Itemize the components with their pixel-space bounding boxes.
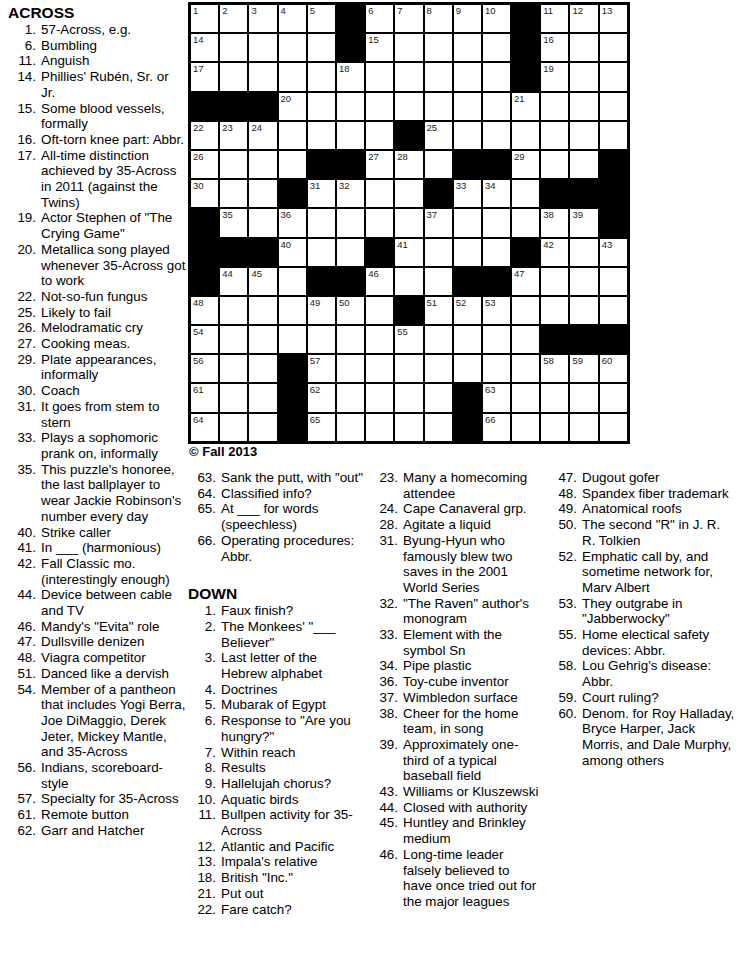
grid-cell[interactable]: 49 xyxy=(308,297,335,324)
grid-cell[interactable] xyxy=(425,384,452,411)
black-cell xyxy=(366,239,393,266)
clue-text: Doctrines xyxy=(216,682,365,698)
grid-cell[interactable] xyxy=(570,93,597,120)
clue-across-42: 42.Fall Classic mo. (interestingly enoug… xyxy=(8,556,186,587)
clue-across-40: 40.Strike caller xyxy=(8,525,186,541)
grid-cell[interactable] xyxy=(512,122,539,149)
cell-number: 18 xyxy=(339,63,350,74)
clue-across-1: 1.57-Across, e.g. xyxy=(8,22,186,38)
grid-cell[interactable] xyxy=(541,93,568,120)
clue-text: Atlantic and Pacific xyxy=(216,839,365,855)
grid-cell[interactable] xyxy=(395,384,422,411)
grid-cell[interactable] xyxy=(279,268,306,295)
grid-cell[interactable]: 51 xyxy=(425,297,452,324)
black-cell xyxy=(600,180,627,207)
grid-cell[interactable]: 24 xyxy=(249,122,276,149)
clue-text: Phillies' Rubén, Sr. or Jr. xyxy=(36,69,186,100)
grid-cell[interactable] xyxy=(454,34,481,61)
clue-number: 53. xyxy=(549,596,577,627)
grid-cell[interactable] xyxy=(541,268,568,295)
grid-cell[interactable]: 26 xyxy=(191,151,218,178)
grid-cell[interactable]: 56 xyxy=(191,355,218,382)
grid-cell[interactable] xyxy=(395,34,422,61)
clue-across-16: 16.Oft-torn knee part: Abbr. xyxy=(8,132,186,148)
clue-text: Mubarak of Egypt xyxy=(216,697,365,713)
clue-text: It goes from stem to stern xyxy=(36,399,186,430)
grid-cell[interactable] xyxy=(220,180,247,207)
grid-cell[interactable] xyxy=(279,297,306,324)
grid-cell[interactable]: 47 xyxy=(512,268,539,295)
black-cell xyxy=(191,93,218,120)
grid-cell[interactable] xyxy=(366,326,393,353)
grid-cell[interactable]: 1 xyxy=(191,5,218,32)
grid-cell[interactable]: 37 xyxy=(425,209,452,236)
grid-cell[interactable] xyxy=(600,63,627,90)
grid-cell[interactable] xyxy=(454,93,481,120)
clue-down-7: 7.Within reach xyxy=(188,745,365,761)
clue-text: Response to "Are you hungry?" xyxy=(216,713,365,744)
grid-cell[interactable] xyxy=(249,297,276,324)
grid-cell[interactable] xyxy=(425,34,452,61)
grid-cell[interactable]: 5 xyxy=(308,5,335,32)
grid-cell[interactable]: 46 xyxy=(366,268,393,295)
grid-cell[interactable] xyxy=(425,326,452,353)
clue-across-29: 29.Plate appearances, informally xyxy=(8,352,186,383)
grid-cell[interactable] xyxy=(337,414,364,441)
clue-down-53: 53.They outgrabe in "Jabberwocky" xyxy=(549,596,736,627)
grid-cell[interactable] xyxy=(366,122,393,149)
grid-cell[interactable]: 55 xyxy=(395,326,422,353)
grid-cell[interactable] xyxy=(395,355,422,382)
grid-cell[interactable]: 59 xyxy=(570,355,597,382)
grid-cell[interactable]: 45 xyxy=(249,268,276,295)
clue-across-35: 35.This puzzle's honoree, the last ballp… xyxy=(8,462,186,525)
clue-down-5: 5.Mubarak of Egypt xyxy=(188,697,365,713)
grid-cell[interactable]: 29 xyxy=(512,151,539,178)
grid-cell[interactable]: 32 xyxy=(337,180,364,207)
grid-cell[interactable]: 13 xyxy=(600,5,627,32)
clue-text: Last letter of the Hebrew alphabet xyxy=(216,650,365,681)
cell-number: 19 xyxy=(543,63,554,74)
black-cell xyxy=(191,209,218,236)
grid-cell[interactable]: 48 xyxy=(191,297,218,324)
grid-cell[interactable] xyxy=(600,384,627,411)
clue-text: Approximately one-third of a typical bas… xyxy=(398,737,542,784)
clue-down-4: 4.Doctrines xyxy=(188,682,365,698)
grid-cell[interactable] xyxy=(512,297,539,324)
grid-cell[interactable] xyxy=(366,63,393,90)
grid-cell[interactable] xyxy=(249,384,276,411)
clue-text: All-time distinction achieved by 35-Acro… xyxy=(36,148,186,211)
grid-cell[interactable]: 21 xyxy=(512,93,539,120)
grid-cell[interactable] xyxy=(512,355,539,382)
grid-cell[interactable] xyxy=(570,297,597,324)
grid-cell[interactable] xyxy=(279,326,306,353)
clue-text: Specialty for 35-Across xyxy=(36,791,186,807)
grid-cell[interactable]: 18 xyxy=(337,63,364,90)
grid-cell[interactable]: 36 xyxy=(279,209,306,236)
grid-cell[interactable]: 15 xyxy=(366,34,393,61)
cell-number: 3 xyxy=(251,5,256,16)
black-cell xyxy=(337,151,364,178)
grid-cell[interactable] xyxy=(279,63,306,90)
grid-cell[interactable] xyxy=(308,239,335,266)
clue-text: Results xyxy=(216,760,365,776)
grid-cell[interactable]: 3 xyxy=(249,5,276,32)
grid-cell[interactable] xyxy=(220,384,247,411)
cell-number: 22 xyxy=(193,122,204,133)
grid-cell[interactable] xyxy=(220,63,247,90)
grid-cell[interactable] xyxy=(454,63,481,90)
clue-down-49: 49.Anatomical roofs xyxy=(549,501,736,517)
grid-cell[interactable] xyxy=(395,268,422,295)
grid-cell[interactable] xyxy=(308,209,335,236)
grid-cell[interactable]: 57 xyxy=(308,355,335,382)
clue-across-57: 57.Specialty for 35-Across xyxy=(8,791,186,807)
grid-cell[interactable]: 30 xyxy=(191,180,218,207)
grid-cell[interactable]: 38 xyxy=(541,209,568,236)
grid-cell[interactable] xyxy=(541,384,568,411)
grid-cell[interactable] xyxy=(279,151,306,178)
clue-across-26: 26.Melodramatic cry xyxy=(8,320,186,336)
across-clue-list-2: 63.Sank the putt, with "out"64.Classifie… xyxy=(188,470,365,564)
grid-cell[interactable] xyxy=(600,34,627,61)
clue-across-31: 31.It goes from stem to stern xyxy=(8,399,186,430)
grid-cell[interactable]: 28 xyxy=(395,151,422,178)
down-header: DOWN xyxy=(188,585,365,602)
clue-across-11: 11.Anguish xyxy=(8,53,186,69)
grid-cell[interactable] xyxy=(249,355,276,382)
grid-cell[interactable]: 65 xyxy=(308,414,335,441)
cell-number: 17 xyxy=(193,63,204,74)
black-cell xyxy=(337,268,364,295)
clue-across-17: 17.All-time distinction achieved by 35-A… xyxy=(8,148,186,211)
grid-cell[interactable] xyxy=(512,209,539,236)
grid-cell[interactable] xyxy=(337,326,364,353)
grid-cell[interactable] xyxy=(220,355,247,382)
clue-text: Long-time leader falsely believed to hav… xyxy=(398,847,542,910)
grid-cell[interactable]: 39 xyxy=(570,209,597,236)
grid-cell[interactable] xyxy=(483,34,510,61)
clue-text: Plate appearances, informally xyxy=(36,352,186,383)
grid-cell[interactable] xyxy=(570,63,597,90)
grid-cell[interactable]: 58 xyxy=(541,355,568,382)
clue-across-48: 48.Viagra competitor xyxy=(8,650,186,666)
grid-cell[interactable] xyxy=(395,63,422,90)
grid-cell[interactable]: 60 xyxy=(600,355,627,382)
grid-cell[interactable]: 16 xyxy=(541,34,568,61)
grid-cell[interactable]: 64 xyxy=(191,414,218,441)
grid-cell[interactable]: 42 xyxy=(541,239,568,266)
grid-cell[interactable] xyxy=(541,297,568,324)
black-cell xyxy=(249,93,276,120)
black-cell xyxy=(570,180,597,207)
grid-cell[interactable]: 52 xyxy=(454,297,481,324)
grid-cell[interactable] xyxy=(395,209,422,236)
clue-text: Bumbling xyxy=(36,38,186,54)
grid-cell[interactable] xyxy=(308,34,335,61)
clue-number: 63. xyxy=(188,470,216,486)
grid-cell[interactable] xyxy=(425,151,452,178)
clue-number: 46. xyxy=(8,619,36,635)
clue-number: 39. xyxy=(370,737,398,784)
grid-cell[interactable] xyxy=(570,384,597,411)
grid-cell[interactable]: 11 xyxy=(541,5,568,32)
grid-cell[interactable]: 23 xyxy=(220,122,247,149)
cell-number: 57 xyxy=(310,355,321,366)
grid-cell[interactable]: 7 xyxy=(395,5,422,32)
grid-cell[interactable]: 44 xyxy=(220,268,247,295)
clue-number: 48. xyxy=(8,650,36,666)
clue-down-59: 59.Court ruling? xyxy=(549,690,736,706)
grid-cell[interactable]: 33 xyxy=(454,180,481,207)
clue-text: Put out xyxy=(216,886,365,902)
grid-cell[interactable] xyxy=(512,326,539,353)
grid-cell[interactable]: 20 xyxy=(279,93,306,120)
grid-cell[interactable] xyxy=(483,326,510,353)
clue-number: 45. xyxy=(370,815,398,846)
grid-cell[interactable] xyxy=(425,268,452,295)
grid-cell[interactable] xyxy=(600,414,627,441)
grid-cell[interactable]: 6 xyxy=(366,5,393,32)
cell-number: 65 xyxy=(310,414,321,425)
grid-cell[interactable] xyxy=(220,34,247,61)
grid-cell[interactable] xyxy=(570,414,597,441)
grid-cell[interactable]: 66 xyxy=(483,414,510,441)
grid-cell[interactable] xyxy=(395,180,422,207)
clue-number: 64. xyxy=(188,486,216,502)
clue-down-21: 21.Put out xyxy=(188,886,365,902)
grid-cell[interactable]: 25 xyxy=(425,122,452,149)
grid-cell[interactable]: 8 xyxy=(425,5,452,32)
grid-cell[interactable]: 41 xyxy=(395,239,422,266)
grid-cell[interactable] xyxy=(600,122,627,149)
clue-number: 66. xyxy=(188,533,216,564)
grid-cell[interactable] xyxy=(366,209,393,236)
clue-text: Aquatic birds xyxy=(216,792,365,808)
clue-number: 60. xyxy=(549,706,577,769)
grid-cell[interactable]: 27 xyxy=(366,151,393,178)
grid-cell[interactable] xyxy=(483,93,510,120)
grid-cell[interactable]: 40 xyxy=(279,239,306,266)
grid-cell[interactable] xyxy=(395,93,422,120)
grid-cell[interactable] xyxy=(308,122,335,149)
clue-down-32: 32."The Raven" author's monogram xyxy=(370,596,542,627)
clue-down-8: 8.Results xyxy=(188,760,365,776)
grid-cell[interactable] xyxy=(454,355,481,382)
clue-number: 1. xyxy=(8,22,36,38)
clue-number: 62. xyxy=(8,823,36,839)
grid-cell[interactable] xyxy=(220,414,247,441)
grid-cell[interactable] xyxy=(570,239,597,266)
grid-cell[interactable] xyxy=(425,414,452,441)
grid-cell[interactable] xyxy=(249,326,276,353)
clue-down-38: 38.Cheer for the home team, in song xyxy=(370,706,542,737)
grid-cell[interactable] xyxy=(308,93,335,120)
clue-number: 50. xyxy=(549,517,577,548)
black-cell xyxy=(279,414,306,441)
grid-cell[interactable] xyxy=(366,384,393,411)
grid-cell[interactable] xyxy=(483,122,510,149)
clue-text: Anatomical roofs xyxy=(577,501,736,517)
clue-number: 6. xyxy=(8,38,36,54)
clue-text: Actor Stephen of "The Crying Game" xyxy=(36,210,186,241)
clue-down-3: 3.Last letter of the Hebrew alphabet xyxy=(188,650,365,681)
copyright: © Fall 2013 xyxy=(189,444,257,459)
grid-cell[interactable] xyxy=(337,93,364,120)
grid-cell[interactable] xyxy=(570,268,597,295)
clue-text: Closed with authority xyxy=(398,800,542,816)
grid-cell[interactable] xyxy=(249,180,276,207)
black-cell xyxy=(279,384,306,411)
clue-number: 24. xyxy=(370,501,398,517)
grid-cell[interactable] xyxy=(541,122,568,149)
cell-number: 2 xyxy=(222,5,227,16)
clue-number: 16. xyxy=(8,132,36,148)
cell-number: 51 xyxy=(427,297,438,308)
grid-cell[interactable] xyxy=(425,93,452,120)
grid-cell[interactable] xyxy=(454,209,481,236)
grid-cell[interactable]: 34 xyxy=(483,180,510,207)
grid-cell[interactable] xyxy=(541,151,568,178)
grid-cell[interactable] xyxy=(454,239,481,266)
grid-cell[interactable]: 54 xyxy=(191,326,218,353)
grid-cell[interactable] xyxy=(454,326,481,353)
grid-cell[interactable] xyxy=(541,414,568,441)
clue-down-28: 28.Agitate a liquid xyxy=(370,517,542,533)
grid-cell[interactable] xyxy=(600,268,627,295)
grid-cell[interactable] xyxy=(395,414,422,441)
grid-cell[interactable]: 10 xyxy=(483,5,510,32)
grid-cell[interactable]: 4 xyxy=(279,5,306,32)
grid-cell[interactable]: 35 xyxy=(220,209,247,236)
grid-cell[interactable] xyxy=(337,209,364,236)
grid-cell[interactable] xyxy=(483,355,510,382)
grid-cell[interactable]: 50 xyxy=(337,297,364,324)
grid-cell[interactable]: 53 xyxy=(483,297,510,324)
clue-text: Toy-cube inventor xyxy=(398,674,542,690)
grid-cell[interactable] xyxy=(220,297,247,324)
grid-cell[interactable] xyxy=(279,122,306,149)
grid-cell[interactable] xyxy=(366,355,393,382)
cell-number: 21 xyxy=(514,93,525,104)
clue-down-31: 31.Byung-Hyun who famously blew two save… xyxy=(370,533,542,596)
cell-number: 39 xyxy=(572,209,583,220)
grid-cell[interactable]: 62 xyxy=(308,384,335,411)
clue-text: Melodramatic cry xyxy=(36,320,186,336)
grid-cell[interactable] xyxy=(337,384,364,411)
grid-cell[interactable]: 17 xyxy=(191,63,218,90)
grid-cell[interactable] xyxy=(366,180,393,207)
grid-cell[interactable] xyxy=(600,93,627,120)
grid-cell[interactable]: 9 xyxy=(454,5,481,32)
grid-cell[interactable] xyxy=(512,414,539,441)
clue-text: The second "R" in J. R. R. Tolkien xyxy=(577,517,736,548)
grid-cell[interactable] xyxy=(570,122,597,149)
clue-text: Faux finish? xyxy=(216,603,365,619)
grid-cell[interactable] xyxy=(425,63,452,90)
grid-cell[interactable]: 14 xyxy=(191,34,218,61)
clue-number: 38. xyxy=(370,706,398,737)
cell-number: 12 xyxy=(572,5,583,16)
cell-number: 25 xyxy=(427,122,438,133)
clue-text: Viagra competitor xyxy=(36,650,186,666)
grid-cell[interactable] xyxy=(570,34,597,61)
grid-cell[interactable] xyxy=(220,151,247,178)
grid-cell[interactable] xyxy=(308,63,335,90)
clue-text: Cape Canaveral grp. xyxy=(398,501,542,517)
grid-cell[interactable] xyxy=(308,326,335,353)
clue-across-22: 22.Not-so-fun fungus xyxy=(8,289,186,305)
grid-cell[interactable] xyxy=(337,239,364,266)
grid-cell[interactable] xyxy=(483,239,510,266)
clue-text: Member of a pantheon that includes Yogi … xyxy=(36,682,186,761)
grid-cell[interactable] xyxy=(570,151,597,178)
grid-cell[interactable] xyxy=(512,180,539,207)
clue-down-1: 1.Faux finish? xyxy=(188,603,365,619)
clue-down-43: 43.Williams or Kluszewski xyxy=(370,784,542,800)
cell-number: 27 xyxy=(368,151,379,162)
cell-number: 38 xyxy=(543,209,554,220)
grid-cell[interactable] xyxy=(512,384,539,411)
clue-number: 28. xyxy=(370,517,398,533)
grid-cell[interactable]: 43 xyxy=(600,239,627,266)
clue-number: 31. xyxy=(8,399,36,430)
clue-across-15: 15.Some blood vessels, formally xyxy=(8,101,186,132)
grid-cell[interactable] xyxy=(600,297,627,324)
grid-cell[interactable] xyxy=(337,122,364,149)
grid-cell[interactable]: 31 xyxy=(308,180,335,207)
down-clue-list-3: 47.Dugout gofer48.Spandex fiber trademar… xyxy=(549,470,736,768)
grid-cell[interactable]: 61 xyxy=(191,384,218,411)
clue-number: 58. xyxy=(549,658,577,689)
cell-number: 5 xyxy=(310,5,315,16)
clue-text: "The Raven" author's monogram xyxy=(398,596,542,627)
grid-cell[interactable] xyxy=(425,239,452,266)
clue-across-51: 51.Danced like a dervish xyxy=(8,666,186,682)
grid-cell[interactable] xyxy=(249,414,276,441)
grid-cell[interactable] xyxy=(366,414,393,441)
cell-number: 56 xyxy=(193,355,204,366)
clue-number: 33. xyxy=(370,627,398,658)
black-cell xyxy=(512,239,539,266)
grid-cell[interactable]: 63 xyxy=(483,384,510,411)
grid-cell[interactable] xyxy=(220,326,247,353)
grid-cell[interactable]: 2 xyxy=(220,5,247,32)
grid-cell[interactable] xyxy=(249,34,276,61)
grid-cell[interactable] xyxy=(279,34,306,61)
clue-number: 23. xyxy=(370,470,398,501)
clue-text: Pipe plastic xyxy=(398,658,542,674)
grid-cell[interactable]: 22 xyxy=(191,122,218,149)
clue-number: 22. xyxy=(188,902,216,918)
grid-cell[interactable] xyxy=(249,63,276,90)
grid-cell[interactable] xyxy=(425,355,452,382)
clue-across-46: 46.Mandy's "Evita" role xyxy=(8,619,186,635)
grid-cell[interactable] xyxy=(366,93,393,120)
grid-cell[interactable] xyxy=(483,209,510,236)
grid-cell[interactable] xyxy=(249,209,276,236)
grid-cell[interactable] xyxy=(366,297,393,324)
grid-cell[interactable] xyxy=(454,122,481,149)
grid-cell[interactable]: 12 xyxy=(570,5,597,32)
clue-text: The Monkees' "___ Believer" xyxy=(216,619,365,650)
grid-cell[interactable] xyxy=(337,355,364,382)
grid-cell[interactable] xyxy=(483,63,510,90)
grid-cell[interactable] xyxy=(249,151,276,178)
clue-text: Element with the symbol Sn xyxy=(398,627,542,658)
grid-cell[interactable]: 19 xyxy=(541,63,568,90)
